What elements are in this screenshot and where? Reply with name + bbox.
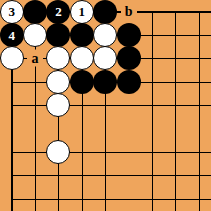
board-point — [140, 47, 163, 70]
white-stone-move-1: 1 — [70, 0, 94, 24]
white-stone — [0, 46, 24, 70]
black-stone — [93, 70, 117, 94]
black-stone — [70, 70, 94, 94]
white-stone — [46, 140, 70, 164]
board-point — [70, 164, 93, 187]
board-point — [94, 187, 117, 210]
board-point — [117, 70, 140, 93]
board-point — [187, 47, 210, 70]
black-stone — [46, 23, 70, 47]
board-point — [140, 117, 163, 140]
board-point — [47, 47, 70, 70]
board-point — [47, 23, 70, 46]
black-stone-move-2: 2 — [46, 0, 70, 24]
white-stone — [46, 46, 70, 70]
board-point — [23, 164, 46, 187]
board-point — [94, 140, 117, 163]
go-diagram: 321b4a — [0, 0, 211, 211]
point-label-b: b — [121, 3, 137, 20]
board-point: 3 — [0, 0, 23, 23]
black-stone-move-4: 4 — [0, 23, 24, 47]
black-stone — [117, 46, 141, 70]
board-point — [187, 70, 210, 93]
white-stone-move-3: 3 — [0, 0, 24, 24]
board-point — [117, 140, 140, 163]
board-point — [164, 0, 187, 23]
board-point — [23, 23, 46, 46]
board-point — [164, 187, 187, 210]
board-point — [187, 0, 210, 23]
board-point — [0, 164, 23, 187]
board-point — [164, 70, 187, 93]
board-point — [0, 117, 23, 140]
board-point — [117, 23, 140, 46]
board-point — [47, 117, 70, 140]
white-stone — [93, 23, 117, 47]
board-point — [140, 187, 163, 210]
board-point — [164, 47, 187, 70]
board-point: 2 — [47, 0, 70, 23]
board-point — [94, 47, 117, 70]
board-point — [94, 117, 117, 140]
black-stone — [70, 23, 94, 47]
board-point: 4 — [0, 23, 23, 46]
board-point — [0, 187, 23, 210]
board-point — [117, 47, 140, 70]
board-point — [94, 94, 117, 117]
board-point — [94, 70, 117, 93]
board-point — [117, 117, 140, 140]
board-point — [23, 70, 46, 93]
white-stone — [46, 70, 70, 94]
board-point — [70, 140, 93, 163]
board-point — [47, 140, 70, 163]
board-point — [140, 0, 163, 23]
board-point — [187, 117, 210, 140]
board-point — [23, 140, 46, 163]
board-point — [70, 23, 93, 46]
board-point — [140, 23, 163, 46]
board-point — [117, 94, 140, 117]
board-point: a — [23, 47, 46, 70]
black-stone — [117, 23, 141, 47]
point-label-a: a — [27, 50, 43, 67]
board-point — [23, 94, 46, 117]
board-point — [187, 140, 210, 163]
board-point — [140, 140, 163, 163]
board-point — [164, 164, 187, 187]
white-stone — [23, 23, 47, 47]
board-point — [94, 0, 117, 23]
black-stone — [93, 0, 117, 24]
board-point — [23, 0, 46, 23]
board-point — [70, 187, 93, 210]
board-point — [187, 94, 210, 117]
white-stone — [93, 46, 117, 70]
white-stone — [46, 93, 70, 117]
white-stone — [70, 46, 94, 70]
board-point — [0, 47, 23, 70]
board-point — [140, 164, 163, 187]
black-stone — [23, 0, 47, 24]
board-point: b — [117, 0, 140, 23]
black-stone — [117, 70, 141, 94]
board-point — [117, 187, 140, 210]
board-point — [164, 140, 187, 163]
board-point — [187, 187, 210, 210]
board-point — [164, 94, 187, 117]
board-point — [23, 117, 46, 140]
board-point — [23, 187, 46, 210]
board-point — [0, 94, 23, 117]
board-point — [47, 187, 70, 210]
board-point — [47, 94, 70, 117]
board-point — [140, 94, 163, 117]
board-point — [47, 70, 70, 93]
board-point — [0, 70, 23, 93]
board-point — [164, 23, 187, 46]
board-point — [70, 47, 93, 70]
board-point — [140, 70, 163, 93]
board-point — [187, 23, 210, 46]
board-point — [70, 70, 93, 93]
board-point: 1 — [70, 0, 93, 23]
board-point — [94, 23, 117, 46]
board-point — [187, 164, 210, 187]
board-point — [0, 140, 23, 163]
board-point — [70, 94, 93, 117]
board-point — [117, 164, 140, 187]
go-board: 321b4a — [0, 0, 211, 211]
board-point — [164, 117, 187, 140]
board-point — [47, 164, 70, 187]
board-point — [70, 117, 93, 140]
board-point — [94, 164, 117, 187]
